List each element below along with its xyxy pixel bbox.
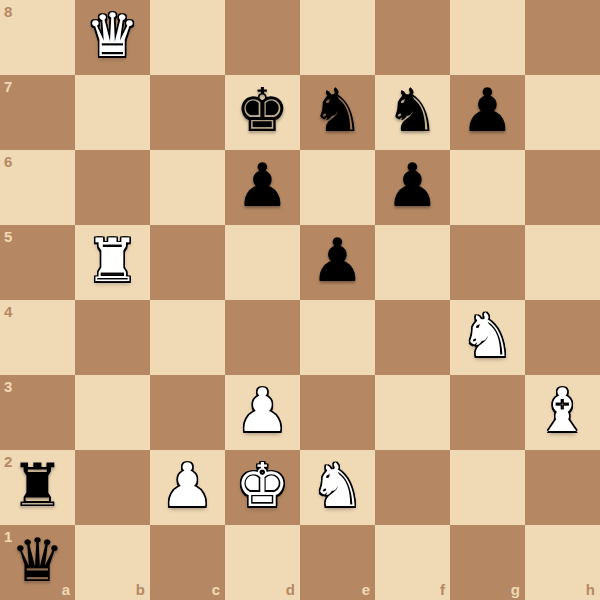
square-e8[interactable] — [300, 0, 375, 75]
square-d7[interactable]: ♚ — [225, 75, 300, 150]
file-label-h: h — [586, 582, 595, 597]
white-knight[interactable]: ♞ — [311, 450, 365, 523]
square-d1[interactable]: d — [225, 525, 300, 600]
square-h3[interactable]: ♝ — [525, 375, 600, 450]
square-d3[interactable]: ♟ — [225, 375, 300, 450]
square-f2[interactable] — [375, 450, 450, 525]
square-c1[interactable]: c — [150, 525, 225, 600]
square-f7[interactable]: ♞ — [375, 75, 450, 150]
file-label-f: f — [440, 582, 445, 597]
file-label-e: e — [362, 582, 370, 597]
square-d8[interactable] — [225, 0, 300, 75]
black-pawn[interactable]: ♟ — [236, 150, 290, 223]
black-rook[interactable]: ♜ — [11, 450, 65, 523]
square-f1[interactable]: f — [375, 525, 450, 600]
square-h5[interactable] — [525, 225, 600, 300]
square-b8[interactable]: ♛ — [75, 0, 150, 75]
square-e1[interactable]: e — [300, 525, 375, 600]
square-f5[interactable] — [375, 225, 450, 300]
white-rook[interactable]: ♜ — [86, 225, 140, 298]
square-g1[interactable]: g — [450, 525, 525, 600]
square-e7[interactable]: ♞ — [300, 75, 375, 150]
square-a4[interactable]: 4 — [0, 300, 75, 375]
square-h4[interactable] — [525, 300, 600, 375]
file-label-c: c — [212, 582, 220, 597]
square-f4[interactable] — [375, 300, 450, 375]
square-g5[interactable] — [450, 225, 525, 300]
square-a2[interactable]: 2♜ — [0, 450, 75, 525]
white-queen[interactable]: ♛ — [86, 0, 140, 73]
black-pawn[interactable]: ♟ — [386, 150, 440, 223]
square-a1[interactable]: 1a♛ — [0, 525, 75, 600]
square-a6[interactable]: 6 — [0, 150, 75, 225]
black-pawn[interactable]: ♟ — [311, 225, 365, 298]
square-b2[interactable] — [75, 450, 150, 525]
square-h2[interactable] — [525, 450, 600, 525]
square-a5[interactable]: 5 — [0, 225, 75, 300]
square-c4[interactable] — [150, 300, 225, 375]
square-c7[interactable] — [150, 75, 225, 150]
square-g3[interactable] — [450, 375, 525, 450]
square-c6[interactable] — [150, 150, 225, 225]
white-bishop[interactable]: ♝ — [536, 375, 590, 448]
square-g4[interactable]: ♞ — [450, 300, 525, 375]
square-e4[interactable] — [300, 300, 375, 375]
black-queen[interactable]: ♛ — [11, 525, 65, 598]
square-c8[interactable] — [150, 0, 225, 75]
square-a7[interactable]: 7 — [0, 75, 75, 150]
square-e6[interactable] — [300, 150, 375, 225]
square-b6[interactable] — [75, 150, 150, 225]
square-g6[interactable] — [450, 150, 525, 225]
square-g8[interactable] — [450, 0, 525, 75]
square-b5[interactable]: ♜ — [75, 225, 150, 300]
square-a8[interactable]: 8 — [0, 0, 75, 75]
square-c3[interactable] — [150, 375, 225, 450]
rank-label-4: 4 — [4, 304, 12, 319]
square-c2[interactable]: ♟ — [150, 450, 225, 525]
square-h8[interactable] — [525, 0, 600, 75]
file-label-g: g — [511, 582, 520, 597]
rank-label-3: 3 — [4, 379, 12, 394]
white-knight[interactable]: ♞ — [461, 300, 515, 373]
square-f3[interactable] — [375, 375, 450, 450]
square-f6[interactable]: ♟ — [375, 150, 450, 225]
file-label-b: b — [136, 582, 145, 597]
square-c5[interactable] — [150, 225, 225, 300]
rank-label-6: 6 — [4, 154, 12, 169]
file-label-d: d — [286, 582, 295, 597]
square-d2[interactable]: ♚ — [225, 450, 300, 525]
square-d6[interactable]: ♟ — [225, 150, 300, 225]
black-king[interactable]: ♚ — [236, 75, 290, 148]
square-b7[interactable] — [75, 75, 150, 150]
chess-board: 8♛7♚♞♞♟6♟♟5♜♟4♞3♟♝2♜♟♚♞1a♛bcdefgh — [0, 0, 600, 600]
rank-label-5: 5 — [4, 229, 12, 244]
white-king[interactable]: ♚ — [236, 450, 290, 523]
square-e2[interactable]: ♞ — [300, 450, 375, 525]
square-d4[interactable] — [225, 300, 300, 375]
square-e3[interactable] — [300, 375, 375, 450]
square-g7[interactable]: ♟ — [450, 75, 525, 150]
square-a3[interactable]: 3 — [0, 375, 75, 450]
black-knight[interactable]: ♞ — [386, 75, 440, 148]
square-h7[interactable] — [525, 75, 600, 150]
square-g2[interactable] — [450, 450, 525, 525]
square-d5[interactable] — [225, 225, 300, 300]
square-b1[interactable]: b — [75, 525, 150, 600]
square-b3[interactable] — [75, 375, 150, 450]
square-h1[interactable]: h — [525, 525, 600, 600]
square-f8[interactable] — [375, 0, 450, 75]
rank-label-7: 7 — [4, 79, 12, 94]
square-e5[interactable]: ♟ — [300, 225, 375, 300]
black-knight[interactable]: ♞ — [311, 75, 365, 148]
square-h6[interactable] — [525, 150, 600, 225]
white-pawn[interactable]: ♟ — [161, 450, 215, 523]
white-pawn[interactable]: ♟ — [236, 375, 290, 448]
black-pawn[interactable]: ♟ — [461, 75, 515, 148]
rank-label-8: 8 — [4, 4, 12, 19]
square-b4[interactable] — [75, 300, 150, 375]
